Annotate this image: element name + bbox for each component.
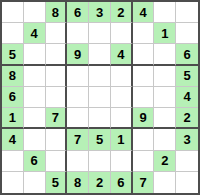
cell-r3c1[interactable]: 5 xyxy=(2,44,24,65)
cell-r9c2[interactable] xyxy=(24,172,46,193)
cell-r3c6[interactable]: 4 xyxy=(111,44,133,65)
cell-r2c2[interactable]: 4 xyxy=(24,23,46,44)
cell-r9c6[interactable]: 6 xyxy=(111,172,133,193)
cell-r3c2[interactable] xyxy=(24,44,46,65)
cell-r8c5[interactable] xyxy=(89,151,111,172)
cell-r3c3[interactable] xyxy=(46,44,68,65)
cell-r6c8[interactable] xyxy=(154,108,176,129)
cell-r5c3[interactable] xyxy=(46,87,68,108)
cell-r3c7[interactable] xyxy=(133,44,155,65)
cell-r3c9[interactable]: 6 xyxy=(176,44,198,65)
cell-r8c4[interactable] xyxy=(67,151,89,172)
cell-r6c6[interactable] xyxy=(111,108,133,129)
cell-r9c3[interactable]: 5 xyxy=(46,172,68,193)
cell-r1c4[interactable]: 6 xyxy=(67,2,89,23)
cell-r7c7[interactable] xyxy=(133,129,155,150)
cell-r4c2[interactable] xyxy=(24,66,46,87)
cell-r9c5[interactable]: 2 xyxy=(89,172,111,193)
cell-r2c8[interactable]: 1 xyxy=(154,23,176,44)
cell-r6c1[interactable]: 1 xyxy=(2,108,24,129)
cell-r4c6[interactable] xyxy=(111,66,133,87)
cell-r1c6[interactable]: 2 xyxy=(111,2,133,23)
cell-r6c3[interactable]: 7 xyxy=(46,108,68,129)
cell-r8c1[interactable] xyxy=(2,151,24,172)
cell-r5c4[interactable] xyxy=(67,87,89,108)
cell-r4c5[interactable] xyxy=(89,66,111,87)
cell-r2c5[interactable] xyxy=(89,23,111,44)
cell-r1c1[interactable] xyxy=(2,2,24,23)
cell-r2c1[interactable] xyxy=(2,23,24,44)
cell-r3c8[interactable] xyxy=(154,44,176,65)
cell-r6c7[interactable]: 9 xyxy=(133,108,155,129)
cell-r5c5[interactable] xyxy=(89,87,111,108)
cell-r1c2[interactable] xyxy=(24,2,46,23)
cell-r9c4[interactable]: 8 xyxy=(67,172,89,193)
cell-r4c4[interactable] xyxy=(67,66,89,87)
cell-r5c9[interactable]: 4 xyxy=(176,87,198,108)
cell-r6c9[interactable]: 2 xyxy=(176,108,198,129)
cell-r9c8[interactable] xyxy=(154,172,176,193)
cell-r2c3[interactable] xyxy=(46,23,68,44)
cell-r7c3[interactable] xyxy=(46,129,68,150)
cell-r9c1[interactable] xyxy=(2,172,24,193)
cell-r1c9[interactable] xyxy=(176,2,198,23)
cell-r1c3[interactable]: 8 xyxy=(46,2,68,23)
cell-r6c5[interactable] xyxy=(89,108,111,129)
cell-r1c7[interactable]: 4 xyxy=(133,2,155,23)
cell-r8c6[interactable] xyxy=(111,151,133,172)
cell-r5c2[interactable] xyxy=(24,87,46,108)
cell-r6c4[interactable] xyxy=(67,108,89,129)
cell-r7c6[interactable]: 1 xyxy=(111,129,133,150)
cell-r2c9[interactable] xyxy=(176,23,198,44)
cell-r2c7[interactable] xyxy=(133,23,155,44)
cell-r9c7[interactable]: 7 xyxy=(133,172,155,193)
cell-r9c9[interactable] xyxy=(176,172,198,193)
cell-r7c8[interactable] xyxy=(154,129,176,150)
cell-r2c6[interactable] xyxy=(111,23,133,44)
cell-r7c5[interactable]: 5 xyxy=(89,129,111,150)
sudoku-board: 8632441594685641792475136258267 xyxy=(0,0,200,195)
cell-r1c8[interactable] xyxy=(154,2,176,23)
cell-r3c5[interactable] xyxy=(89,44,111,65)
cell-r8c3[interactable] xyxy=(46,151,68,172)
cell-r4c8[interactable] xyxy=(154,66,176,87)
cell-r6c2[interactable] xyxy=(24,108,46,129)
cell-r5c8[interactable] xyxy=(154,87,176,108)
cell-r7c4[interactable]: 7 xyxy=(67,129,89,150)
cell-r4c3[interactable] xyxy=(46,66,68,87)
cell-r5c6[interactable] xyxy=(111,87,133,108)
cell-r8c2[interactable]: 6 xyxy=(24,151,46,172)
cell-r8c8[interactable]: 2 xyxy=(154,151,176,172)
cell-r4c9[interactable]: 5 xyxy=(176,66,198,87)
cell-r4c1[interactable]: 8 xyxy=(2,66,24,87)
cell-r3c4[interactable]: 9 xyxy=(67,44,89,65)
cell-r5c7[interactable] xyxy=(133,87,155,108)
cell-r4c7[interactable] xyxy=(133,66,155,87)
cell-r8c7[interactable] xyxy=(133,151,155,172)
cell-r7c1[interactable]: 4 xyxy=(2,129,24,150)
cell-r7c9[interactable]: 3 xyxy=(176,129,198,150)
cell-r1c5[interactable]: 3 xyxy=(89,2,111,23)
cell-r7c2[interactable] xyxy=(24,129,46,150)
cell-r2c4[interactable] xyxy=(67,23,89,44)
cell-r5c1[interactable]: 6 xyxy=(2,87,24,108)
cell-r8c9[interactable] xyxy=(176,151,198,172)
